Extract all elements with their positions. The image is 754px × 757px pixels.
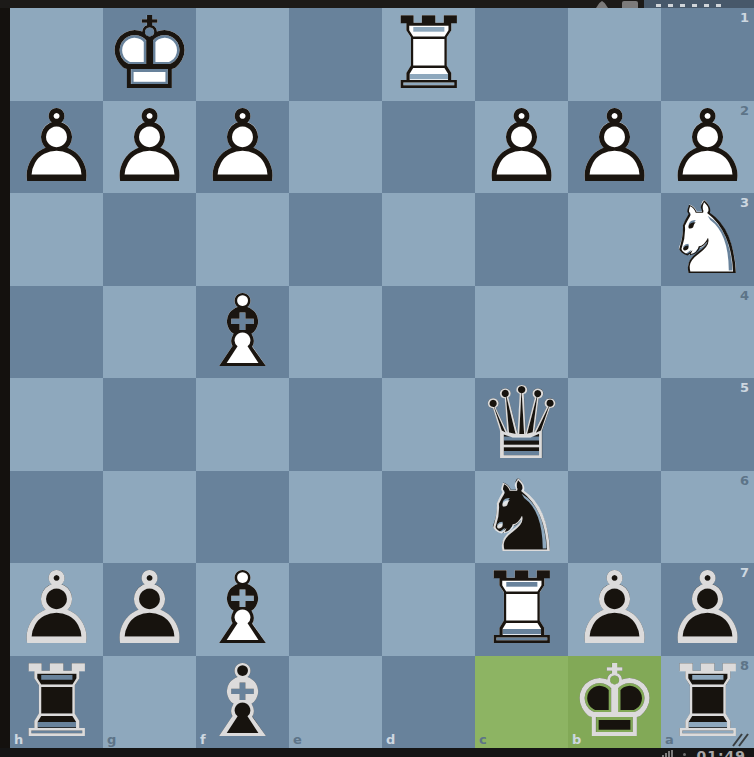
square-e6[interactable] xyxy=(289,471,382,564)
square-e4[interactable] xyxy=(289,286,382,379)
square-b3[interactable] xyxy=(568,193,661,286)
square-g2[interactable]: ♟♙ xyxy=(103,101,196,194)
square-d7[interactable] xyxy=(382,563,475,656)
square-f7[interactable]: ♝♗ xyxy=(196,563,289,656)
white-king[interactable]: ♚♔ xyxy=(103,8,196,101)
square-c3[interactable] xyxy=(475,193,568,286)
square-g5[interactable] xyxy=(103,378,196,471)
square-a4[interactable]: 4 xyxy=(661,286,754,379)
black-knight[interactable]: ♞♘ xyxy=(475,471,568,564)
square-f6[interactable] xyxy=(196,471,289,564)
square-e8[interactable]: e xyxy=(289,656,382,749)
rank-label-3: 3 xyxy=(740,196,749,209)
user-icon[interactable] xyxy=(596,1,608,8)
square-a2[interactable]: ♟♙2 xyxy=(661,101,754,194)
square-d4[interactable] xyxy=(382,286,475,379)
black-pawn[interactable]: ♟♙ xyxy=(568,563,661,656)
top-toolbar xyxy=(0,0,754,8)
square-b5[interactable] xyxy=(568,378,661,471)
rank-label-6: 6 xyxy=(740,474,749,487)
black-king[interactable]: ♚♔ xyxy=(568,656,661,749)
white-pawn[interactable]: ♟♙ xyxy=(103,101,196,194)
black-pawn[interactable]: ♟♙ xyxy=(10,563,103,656)
file-label-f: f xyxy=(200,733,206,746)
square-b8[interactable]: ♚♔b xyxy=(568,656,661,749)
square-f3[interactable] xyxy=(196,193,289,286)
chess-board[interactable]: ♚♔♜♖1♟♙♟♙♟♙♟♙♟♙♟♙2♞♘3♝♗4♛♕5♞♘6♟♙♟♙♝♗♜♖♟♙… xyxy=(10,8,754,748)
square-b4[interactable] xyxy=(568,286,661,379)
white-pawn[interactable]: ♟♙ xyxy=(10,101,103,194)
white-pawn[interactable]: ♟♙ xyxy=(196,101,289,194)
square-c4[interactable] xyxy=(475,286,568,379)
square-c7[interactable]: ♜♖ xyxy=(475,563,568,656)
square-d2[interactable] xyxy=(382,101,475,194)
square-b6[interactable] xyxy=(568,471,661,564)
rank-label-2: 2 xyxy=(740,104,749,117)
file-label-b: b xyxy=(572,733,581,746)
square-b1[interactable] xyxy=(568,8,661,101)
file-label-g: g xyxy=(107,733,116,746)
toolbar-icons xyxy=(596,1,638,8)
black-rook[interactable]: ♜♖ xyxy=(10,656,103,749)
white-rook[interactable]: ♜♖ xyxy=(475,563,568,656)
header-button[interactable] xyxy=(644,0,754,8)
square-c1[interactable] xyxy=(475,8,568,101)
rank-label-7: 7 xyxy=(740,566,749,579)
square-g8[interactable]: g xyxy=(103,656,196,749)
rank-label-1: 1 xyxy=(740,11,749,24)
clock: 01:49 xyxy=(662,749,746,757)
square-h2[interactable]: ♟♙ xyxy=(10,101,103,194)
square-d5[interactable] xyxy=(382,378,475,471)
square-f8[interactable]: ♝♗f xyxy=(196,656,289,749)
square-h3[interactable] xyxy=(10,193,103,286)
square-f4[interactable]: ♝♗ xyxy=(196,286,289,379)
square-f2[interactable]: ♟♙ xyxy=(196,101,289,194)
black-pawn[interactable]: ♟♙ xyxy=(103,563,196,656)
square-c6[interactable]: ♞♘ xyxy=(475,471,568,564)
square-a5[interactable]: 5 xyxy=(661,378,754,471)
square-g6[interactable] xyxy=(103,471,196,564)
square-e3[interactable] xyxy=(289,193,382,286)
square-h7[interactable]: ♟♙ xyxy=(10,563,103,656)
square-g7[interactable]: ♟♙ xyxy=(103,563,196,656)
square-f1[interactable] xyxy=(196,8,289,101)
white-bishop[interactable]: ♝♗ xyxy=(196,563,289,656)
square-e7[interactable] xyxy=(289,563,382,656)
square-b2[interactable]: ♟♙ xyxy=(568,101,661,194)
square-e2[interactable] xyxy=(289,101,382,194)
app-window: ♚♔♜♖1♟♙♟♙♟♙♟♙♟♙♟♙2♞♘3♝♗4♛♕5♞♘6♟♙♟♙♝♗♜♖♟♙… xyxy=(0,0,754,757)
square-f5[interactable] xyxy=(196,378,289,471)
white-pawn[interactable]: ♟♙ xyxy=(568,101,661,194)
rank-label-8: 8 xyxy=(740,659,749,672)
square-h8[interactable]: ♜♖h xyxy=(10,656,103,749)
square-a7[interactable]: ♟♙7 xyxy=(661,563,754,656)
square-d8[interactable]: d xyxy=(382,656,475,749)
square-c2[interactable]: ♟♙ xyxy=(475,101,568,194)
black-bishop[interactable]: ♝♗ xyxy=(196,656,289,749)
square-e1[interactable] xyxy=(289,8,382,101)
signal-bars-icon xyxy=(662,750,673,757)
square-a6[interactable]: 6 xyxy=(661,471,754,564)
clock-time: 01:49 xyxy=(696,749,746,757)
file-label-c: c xyxy=(479,733,487,746)
square-a3[interactable]: ♞♘3 xyxy=(661,193,754,286)
bottom-status-bar: 01:49 xyxy=(0,748,754,757)
square-g3[interactable] xyxy=(103,193,196,286)
white-bishop[interactable]: ♝♗ xyxy=(196,286,289,379)
square-a1[interactable]: 1 xyxy=(661,8,754,101)
square-c8[interactable]: c xyxy=(475,656,568,749)
square-h6[interactable] xyxy=(10,471,103,564)
black-queen[interactable]: ♛♕ xyxy=(475,378,568,471)
square-d3[interactable] xyxy=(382,193,475,286)
square-g4[interactable] xyxy=(103,286,196,379)
file-label-d: d xyxy=(386,733,395,746)
square-c5[interactable]: ♛♕ xyxy=(475,378,568,471)
square-h4[interactable] xyxy=(10,286,103,379)
panel-icon[interactable] xyxy=(622,1,638,8)
file-label-a: a xyxy=(665,733,674,746)
rank-label-4: 4 xyxy=(740,289,749,302)
square-b7[interactable]: ♟♙ xyxy=(568,563,661,656)
square-d1[interactable]: ♜♖ xyxy=(382,8,475,101)
square-e5[interactable] xyxy=(289,378,382,471)
white-rook[interactable]: ♜♖ xyxy=(382,8,475,101)
resize-handle-icon[interactable] xyxy=(732,733,750,747)
white-pawn[interactable]: ♟♙ xyxy=(475,101,568,194)
square-h1[interactable] xyxy=(10,8,103,101)
square-h5[interactable] xyxy=(10,378,103,471)
rank-label-5: 5 xyxy=(740,381,749,394)
file-label-h: h xyxy=(14,733,23,746)
file-label-e: e xyxy=(293,733,302,746)
square-g1[interactable]: ♚♔ xyxy=(103,8,196,101)
clock-dot-icon xyxy=(683,753,686,756)
square-d6[interactable] xyxy=(382,471,475,564)
